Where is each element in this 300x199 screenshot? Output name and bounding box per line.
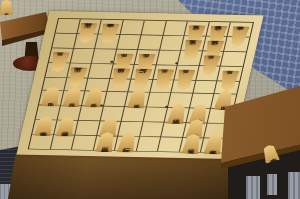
right-stand-leg-gap	[246, 176, 260, 199]
right-stand-leg-gap	[267, 174, 277, 195]
cell-4-9[interactable]: 歩兵	[218, 66, 243, 81]
board-grid: 桂馬飛車金将玉将香車金将銀将歩兵歩兵歩兵歩兵桂馬銀将角行歩兵歩兵歩兵歩兵歩兵歩兵…	[28, 18, 254, 153]
shogi-photo-scene: 桂馬歩兵 桂馬飛車金将玉将香車金将銀将歩兵歩兵歩兵歩兵桂馬銀将角行歩兵歩兵歩兵歩…	[0, 0, 300, 199]
cell-3-9[interactable]	[221, 52, 246, 67]
captured-piece[interactable]: 歩兵	[0, 0, 13, 15]
right-stand-leg-gap	[288, 172, 300, 199]
cell-1-9[interactable]: 香車	[228, 22, 253, 37]
